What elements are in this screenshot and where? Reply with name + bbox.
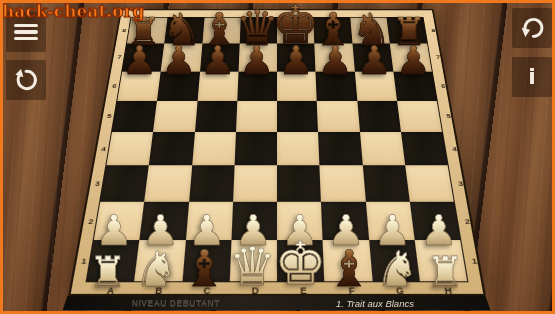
- piece-white-bishop[interactable]: ♝: [182, 244, 227, 294]
- info-button[interactable]: i: [512, 57, 552, 97]
- piece-white-knight[interactable]: ♞: [375, 245, 419, 294]
- piece-white-rook[interactable]: ♜: [89, 252, 127, 295]
- pieces-layer: ♜♞♝♛♚♝♞♜♟♟♟♟♟♟♟♟♟♟♟♟♟♟♟♟♜♞♝♛♚♝♞♜: [0, 0, 555, 314]
- watermark: hack-cheat.org: [2, 1, 144, 21]
- info-icon: i: [528, 66, 536, 88]
- piece-white-queen[interactable]: ♛: [229, 241, 277, 294]
- piece-black-pawn[interactable]: ♟: [279, 41, 314, 80]
- piece-black-pawn[interactable]: ♟: [122, 41, 157, 80]
- hamburger-icon: [14, 24, 38, 41]
- rotate-board-button[interactable]: [6, 60, 46, 100]
- chess-app-screen: 8877665544332211ABCDEFGH NIVEAU DEBUTANT…: [0, 0, 555, 314]
- piece-white-rook[interactable]: ♜: [426, 252, 464, 295]
- undo-button[interactable]: [512, 8, 552, 48]
- piece-white-king[interactable]: ♚: [274, 236, 327, 295]
- piece-white-pawn[interactable]: ♟: [95, 210, 133, 252]
- piece-white-bishop[interactable]: ♝: [326, 244, 371, 294]
- piece-black-pawn[interactable]: ♟: [239, 41, 274, 80]
- piece-black-pawn[interactable]: ♟: [200, 41, 235, 80]
- piece-white-pawn[interactable]: ♟: [420, 210, 458, 252]
- rotate-board-icon: [13, 67, 39, 93]
- piece-black-pawn[interactable]: ♟: [357, 41, 392, 80]
- piece-black-pawn[interactable]: ♟: [318, 41, 353, 80]
- piece-white-knight[interactable]: ♞: [134, 245, 178, 294]
- piece-black-pawn[interactable]: ♟: [161, 41, 196, 80]
- undo-icon: [519, 15, 545, 41]
- piece-black-pawn[interactable]: ♟: [396, 41, 431, 80]
